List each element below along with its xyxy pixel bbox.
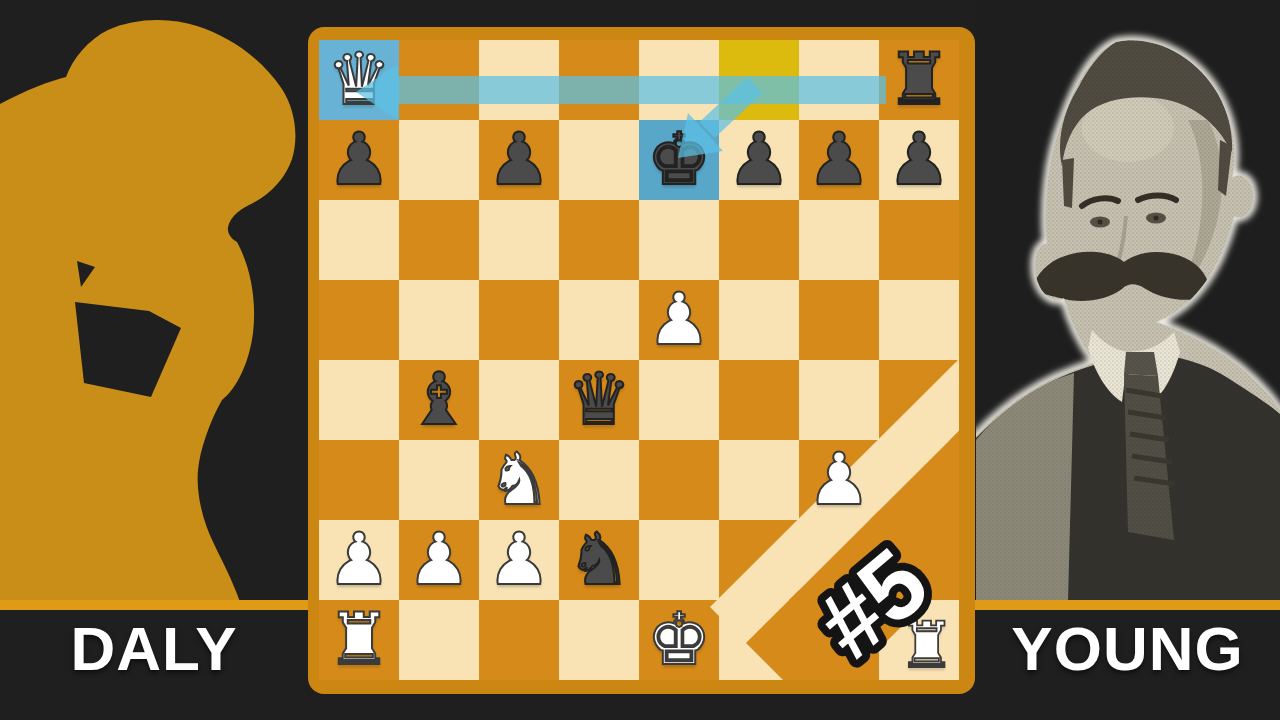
chess-board: ♛♜♟♟♚♟♟♟♟♝♛♞♟♟♟♟♞♜♚♜ #5 <box>308 27 975 694</box>
thinker-silhouette-illustration <box>0 0 310 602</box>
black-player-name: YOUNG <box>975 614 1280 684</box>
right-ground-strip <box>975 600 1280 610</box>
left-ground-strip <box>0 600 308 610</box>
black-player-photo <box>976 0 1280 601</box>
white-player-name: DALY <box>0 614 308 684</box>
episode-badge-label: #5 <box>797 528 948 679</box>
episode-badge: #5 <box>319 40 959 680</box>
